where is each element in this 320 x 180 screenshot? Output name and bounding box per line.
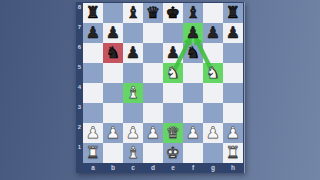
square-a1[interactable]: ♜ xyxy=(83,143,103,163)
square-d4[interactable] xyxy=(143,83,163,103)
rank-label-8: 8 xyxy=(76,3,83,23)
square-b3[interactable] xyxy=(103,103,123,123)
piece-black-king-e8: ♚ xyxy=(166,3,180,23)
app-background: 87654321 ♜♝♛♚♝♜♟♟♟♟♟♞♟♟♞♞♞♝♟♟♟♟♛♟♟♟♜♝♚♜ … xyxy=(0,0,320,180)
piece-black-pawn-c6: ♟ xyxy=(126,43,140,63)
square-c7[interactable] xyxy=(123,23,143,43)
rank-label-1: 1 xyxy=(76,143,83,163)
piece-white-pawn-d2: ♟ xyxy=(146,123,160,143)
piece-white-pawn-h2: ♟ xyxy=(226,123,240,143)
square-c6[interactable]: ♟ xyxy=(123,43,143,63)
piece-black-queen-d8: ♛ xyxy=(146,3,160,23)
piece-white-bishop-c1: ♝ xyxy=(126,143,140,163)
file-label-f: f xyxy=(183,163,203,173)
square-c1[interactable]: ♝ xyxy=(123,143,143,163)
square-g5[interactable]: ♞ xyxy=(203,63,223,83)
square-d7[interactable] xyxy=(143,23,163,43)
square-d5[interactable] xyxy=(143,63,163,83)
square-d3[interactable] xyxy=(143,103,163,123)
square-g4[interactable] xyxy=(203,83,223,103)
square-b8[interactable] xyxy=(103,3,123,23)
file-label-g: g xyxy=(203,163,223,173)
square-d1[interactable] xyxy=(143,143,163,163)
square-e8[interactable]: ♚ xyxy=(163,3,183,23)
piece-white-pawn-f2: ♟ xyxy=(186,123,200,143)
piece-black-pawn-b7: ♟ xyxy=(106,23,120,43)
piece-black-knight-b6: ♞ xyxy=(106,43,120,63)
square-e7[interactable] xyxy=(163,23,183,43)
rank-label-4: 4 xyxy=(76,83,83,103)
file-coordinates: abcdefgh xyxy=(83,163,243,173)
piece-white-bishop-c4: ♝ xyxy=(126,83,140,103)
square-e3[interactable] xyxy=(163,103,183,123)
rank-label-6: 6 xyxy=(76,43,83,63)
square-a4[interactable] xyxy=(83,83,103,103)
square-h2[interactable]: ♟ xyxy=(223,123,243,143)
square-d6[interactable] xyxy=(143,43,163,63)
piece-white-pawn-b2: ♟ xyxy=(106,123,120,143)
square-h8[interactable]: ♜ xyxy=(223,3,243,23)
square-f8[interactable]: ♝ xyxy=(183,3,203,23)
square-e5[interactable]: ♞ xyxy=(163,63,183,83)
square-h3[interactable] xyxy=(223,103,243,123)
square-b2[interactable]: ♟ xyxy=(103,123,123,143)
piece-white-pawn-g2: ♟ xyxy=(206,123,220,143)
square-f5[interactable] xyxy=(183,63,203,83)
rank-label-7: 7 xyxy=(76,23,83,43)
square-b6[interactable]: ♞ xyxy=(103,43,123,63)
square-d2[interactable]: ♟ xyxy=(143,123,163,143)
square-g3[interactable] xyxy=(203,103,223,123)
piece-black-pawn-f7: ♟ xyxy=(186,23,200,43)
square-d8[interactable]: ♛ xyxy=(143,3,163,23)
square-h1[interactable]: ♜ xyxy=(223,143,243,163)
square-c5[interactable] xyxy=(123,63,143,83)
piece-white-king-e1: ♚ xyxy=(166,143,180,163)
square-c2[interactable]: ♟ xyxy=(123,123,143,143)
piece-black-rook-a8: ♜ xyxy=(86,3,100,23)
square-b5[interactable] xyxy=(103,63,123,83)
chess-board: 87654321 ♜♝♛♚♝♜♟♟♟♟♟♞♟♟♞♞♞♝♟♟♟♟♛♟♟♟♜♝♚♜ … xyxy=(76,2,245,173)
square-f1[interactable] xyxy=(183,143,203,163)
file-label-e: e xyxy=(163,163,183,173)
rank-label-3: 3 xyxy=(76,103,83,123)
piece-white-knight-g5: ♞ xyxy=(206,63,220,83)
square-c3[interactable] xyxy=(123,103,143,123)
square-c4[interactable]: ♝ xyxy=(123,83,143,103)
square-g6[interactable] xyxy=(203,43,223,63)
square-f4[interactable] xyxy=(183,83,203,103)
piece-black-rook-h8: ♜ xyxy=(226,3,240,23)
piece-white-rook-h1: ♜ xyxy=(226,143,240,163)
piece-black-pawn-g7: ♟ xyxy=(206,23,220,43)
square-e1[interactable]: ♚ xyxy=(163,143,183,163)
piece-black-knight-f6: ♞ xyxy=(186,43,200,63)
square-a6[interactable] xyxy=(83,43,103,63)
board-squares: ♜♝♛♚♝♜♟♟♟♟♟♞♟♟♞♞♞♝♟♟♟♟♛♟♟♟♜♝♚♜ xyxy=(83,3,243,163)
piece-black-pawn-h7: ♟ xyxy=(226,23,240,43)
square-b4[interactable] xyxy=(103,83,123,103)
rank-coordinates: 87654321 xyxy=(76,3,83,163)
piece-white-pawn-a2: ♟ xyxy=(86,123,100,143)
square-g8[interactable] xyxy=(203,3,223,23)
square-b7[interactable]: ♟ xyxy=(103,23,123,43)
file-label-b: b xyxy=(103,163,123,173)
square-b1[interactable] xyxy=(103,143,123,163)
rank-label-5: 5 xyxy=(76,63,83,83)
square-h6[interactable] xyxy=(223,43,243,63)
file-label-d: d xyxy=(143,163,163,173)
file-label-h: h xyxy=(223,163,243,173)
square-g2[interactable]: ♟ xyxy=(203,123,223,143)
square-h4[interactable] xyxy=(223,83,243,103)
file-label-c: c xyxy=(123,163,143,173)
square-h7[interactable]: ♟ xyxy=(223,23,243,43)
piece-black-pawn-a7: ♟ xyxy=(86,23,100,43)
square-f6[interactable]: ♞ xyxy=(183,43,203,63)
piece-black-pawn-e6: ♟ xyxy=(166,43,180,63)
square-e6[interactable]: ♟ xyxy=(163,43,183,63)
square-e2[interactable]: ♛ xyxy=(163,123,183,143)
square-a5[interactable] xyxy=(83,63,103,83)
square-f3[interactable] xyxy=(183,103,203,123)
square-e4[interactable] xyxy=(163,83,183,103)
piece-white-pawn-c2: ♟ xyxy=(126,123,140,143)
square-h5[interactable] xyxy=(223,63,243,83)
square-c8[interactable]: ♝ xyxy=(123,3,143,23)
board-corner xyxy=(76,163,83,173)
piece-black-bishop-f8: ♝ xyxy=(186,3,200,23)
piece-black-bishop-c8: ♝ xyxy=(126,3,140,23)
square-a3[interactable] xyxy=(83,103,103,123)
rank-label-2: 2 xyxy=(76,123,83,143)
file-label-a: a xyxy=(83,163,103,173)
piece-white-knight-e5: ♞ xyxy=(166,63,180,83)
square-g1[interactable] xyxy=(203,143,223,163)
square-g7[interactable]: ♟ xyxy=(203,23,223,43)
square-a7[interactable]: ♟ xyxy=(83,23,103,43)
piece-white-queen-e2: ♛ xyxy=(166,123,180,143)
square-f7[interactable]: ♟ xyxy=(183,23,203,43)
square-f2[interactable]: ♟ xyxy=(183,123,203,143)
piece-white-rook-a1: ♜ xyxy=(86,143,100,163)
square-a2[interactable]: ♟ xyxy=(83,123,103,143)
square-a8[interactable]: ♜ xyxy=(83,3,103,23)
